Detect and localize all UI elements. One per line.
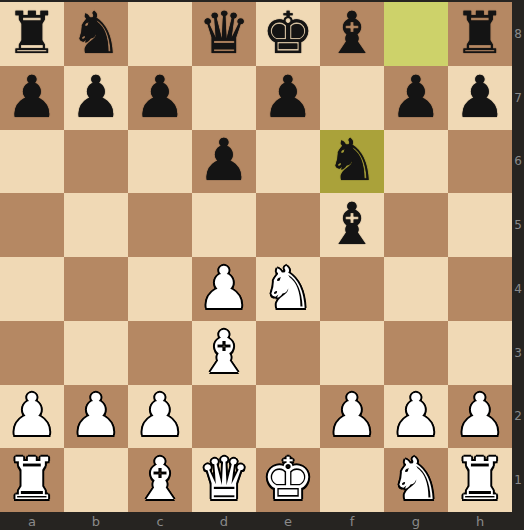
file-label-c: c: [128, 512, 192, 530]
piece-white-pawn-a2[interactable]: ♟: [6, 386, 58, 444]
square-e8[interactable]: ♚: [256, 2, 320, 66]
piece-black-pawn-g7[interactable]: ♟: [390, 68, 442, 126]
square-a5[interactable]: [0, 193, 64, 257]
square-f6[interactable]: ♞: [320, 130, 384, 194]
chess-board-window: ♜♞♛♚♝♜♟♟♟♟♟♟♟♞♝♟♞♝♟♟♟♟♟♟♜♝♛♚♞♜ 87654321 …: [0, 0, 524, 530]
square-h2[interactable]: ♟: [448, 385, 512, 449]
square-c1[interactable]: ♝: [128, 448, 192, 512]
square-a3[interactable]: [0, 321, 64, 385]
piece-black-knight-f6[interactable]: ♞: [326, 131, 378, 189]
piece-black-pawn-b7[interactable]: ♟: [70, 68, 122, 126]
square-c6[interactable]: [128, 130, 192, 194]
square-d2[interactable]: [192, 385, 256, 449]
square-a2[interactable]: ♟: [0, 385, 64, 449]
square-a6[interactable]: [0, 130, 64, 194]
square-e7[interactable]: ♟: [256, 66, 320, 130]
square-f8[interactable]: ♝: [320, 2, 384, 66]
piece-white-rook-a1[interactable]: ♜: [6, 450, 58, 508]
square-d5[interactable]: [192, 193, 256, 257]
square-d6[interactable]: ♟: [192, 130, 256, 194]
rank-label-2: 2: [512, 385, 524, 449]
square-g4[interactable]: [384, 257, 448, 321]
square-b8[interactable]: ♞: [64, 2, 128, 66]
square-g6[interactable]: [384, 130, 448, 194]
square-e3[interactable]: [256, 321, 320, 385]
rank-label-5: 5: [512, 193, 524, 257]
square-b3[interactable]: [64, 321, 128, 385]
piece-black-queen-d8[interactable]: ♛: [198, 4, 250, 62]
square-c5[interactable]: [128, 193, 192, 257]
piece-black-rook-h8[interactable]: ♜: [454, 4, 506, 62]
piece-white-pawn-c2[interactable]: ♟: [134, 386, 186, 444]
piece-black-pawn-c7[interactable]: ♟: [134, 68, 186, 126]
piece-black-pawn-e7[interactable]: ♟: [262, 68, 314, 126]
square-g8[interactable]: [384, 2, 448, 66]
square-h4[interactable]: [448, 257, 512, 321]
square-c7[interactable]: ♟: [128, 66, 192, 130]
square-e1[interactable]: ♚: [256, 448, 320, 512]
piece-black-pawn-d6[interactable]: ♟: [198, 131, 250, 189]
rank-coordinates: 87654321: [512, 2, 524, 512]
piece-black-bishop-f8[interactable]: ♝: [326, 4, 378, 62]
square-g2[interactable]: ♟: [384, 385, 448, 449]
piece-white-pawn-g2[interactable]: ♟: [390, 386, 442, 444]
file-coordinates: abcdefgh: [0, 512, 512, 530]
square-e2[interactable]: [256, 385, 320, 449]
rank-label-8: 8: [512, 2, 524, 66]
rank-label-3: 3: [512, 321, 524, 385]
rank-label-4: 4: [512, 257, 524, 321]
square-e6[interactable]: [256, 130, 320, 194]
square-e5[interactable]: [256, 193, 320, 257]
square-d1[interactable]: ♛: [192, 448, 256, 512]
file-label-d: d: [192, 512, 256, 530]
square-h1[interactable]: ♜: [448, 448, 512, 512]
piece-black-pawn-h7[interactable]: ♟: [454, 68, 506, 126]
square-a4[interactable]: [0, 257, 64, 321]
rank-label-6: 6: [512, 130, 524, 194]
piece-white-pawn-d4[interactable]: ♟: [198, 259, 250, 317]
square-b6[interactable]: [64, 130, 128, 194]
square-h3[interactable]: [448, 321, 512, 385]
piece-black-pawn-a7[interactable]: ♟: [6, 68, 58, 126]
piece-black-rook-a8[interactable]: ♜: [6, 4, 58, 62]
piece-white-knight-g1[interactable]: ♞: [390, 450, 442, 508]
square-c2[interactable]: ♟: [128, 385, 192, 449]
square-h7[interactable]: ♟: [448, 66, 512, 130]
file-label-b: b: [64, 512, 128, 530]
chess-board[interactable]: ♜♞♛♚♝♜♟♟♟♟♟♟♟♞♝♟♞♝♟♟♟♟♟♟♜♝♛♚♞♜: [0, 2, 512, 512]
piece-black-knight-b8[interactable]: ♞: [70, 4, 122, 62]
square-h6[interactable]: [448, 130, 512, 194]
piece-white-pawn-f2[interactable]: ♟: [326, 386, 378, 444]
rank-label-1: 1: [512, 448, 524, 512]
square-b1[interactable]: [64, 448, 128, 512]
square-c4[interactable]: [128, 257, 192, 321]
square-b7[interactable]: ♟: [64, 66, 128, 130]
square-h8[interactable]: ♜: [448, 2, 512, 66]
piece-white-rook-h1[interactable]: ♜: [454, 450, 506, 508]
rank-label-7: 7: [512, 66, 524, 130]
square-a7[interactable]: ♟: [0, 66, 64, 130]
file-label-f: f: [320, 512, 384, 530]
square-f1[interactable]: [320, 448, 384, 512]
piece-black-king-e8[interactable]: ♚: [262, 4, 314, 62]
square-f7[interactable]: [320, 66, 384, 130]
square-g1[interactable]: ♞: [384, 448, 448, 512]
square-c3[interactable]: [128, 321, 192, 385]
square-f3[interactable]: [320, 321, 384, 385]
file-label-a: a: [0, 512, 64, 530]
square-d3[interactable]: ♝: [192, 321, 256, 385]
file-label-e: e: [256, 512, 320, 530]
square-f4[interactable]: [320, 257, 384, 321]
piece-white-bishop-d3[interactable]: ♝: [198, 323, 250, 381]
square-d4[interactable]: ♟: [192, 257, 256, 321]
piece-white-pawn-b2[interactable]: ♟: [70, 386, 122, 444]
square-d7[interactable]: [192, 66, 256, 130]
piece-white-king-e1[interactable]: ♚: [262, 450, 314, 508]
piece-black-bishop-f5[interactable]: ♝: [326, 195, 378, 253]
piece-white-knight-e4[interactable]: ♞: [262, 259, 314, 317]
piece-white-bishop-c1[interactable]: ♝: [134, 450, 186, 508]
square-e4[interactable]: ♞: [256, 257, 320, 321]
square-b5[interactable]: [64, 193, 128, 257]
piece-white-pawn-h2[interactable]: ♟: [454, 386, 506, 444]
square-g7[interactable]: ♟: [384, 66, 448, 130]
square-f2[interactable]: ♟: [320, 385, 384, 449]
square-g5[interactable]: [384, 193, 448, 257]
square-d8[interactable]: ♛: [192, 2, 256, 66]
square-b2[interactable]: ♟: [64, 385, 128, 449]
square-b4[interactable]: [64, 257, 128, 321]
square-h5[interactable]: [448, 193, 512, 257]
piece-white-queen-d1[interactable]: ♛: [198, 450, 250, 508]
square-a1[interactable]: ♜: [0, 448, 64, 512]
square-g3[interactable]: [384, 321, 448, 385]
square-a8[interactable]: ♜: [0, 2, 64, 66]
square-c8[interactable]: [128, 2, 192, 66]
file-label-g: g: [384, 512, 448, 530]
square-f5[interactable]: ♝: [320, 193, 384, 257]
file-label-h: h: [448, 512, 512, 530]
